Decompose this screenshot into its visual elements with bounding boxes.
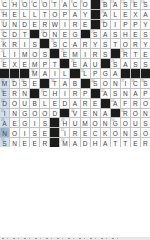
grid-cell[interactable]: E [30, 20, 39, 29]
cell-letter: X [10, 61, 19, 69]
grid-cell[interactable]: 2H [10, 0, 19, 9]
grid-cell[interactable]: P [60, 10, 69, 19]
grid-cell[interactable]: Y [141, 39, 150, 48]
grid-cell[interactable]: M [70, 49, 79, 58]
grid-cell[interactable]: W [50, 20, 59, 29]
grid-cell[interactable]: P [141, 89, 150, 98]
block-cell [40, 39, 49, 48]
cell-letter: P [91, 70, 100, 78]
grid-cell[interactable]: 13E [131, 0, 140, 9]
cell-letter: N [121, 130, 130, 138]
grid-cell[interactable]: E [131, 30, 140, 39]
grid-cell[interactable]: O [121, 39, 130, 48]
cell-letter: I [60, 130, 69, 138]
grid-cell[interactable]: 19C [0, 30, 9, 39]
grid-cell[interactable]: D [81, 138, 90, 147]
grid-cell[interactable]: O [30, 49, 39, 58]
cell-letter: S [111, 61, 120, 69]
grid-cell[interactable]: T [131, 49, 140, 58]
grid-cell[interactable]: E [50, 99, 59, 108]
grid-cell[interactable]: Y [91, 39, 100, 48]
grid-cell[interactable]: 51N [0, 128, 9, 137]
grid-cell[interactable]: L [20, 10, 29, 19]
grid-cell[interactable]: E [81, 20, 90, 29]
grid-cell[interactable]: E [40, 128, 49, 137]
cell-letter: O [101, 80, 110, 88]
cell-letter: E [81, 130, 90, 138]
cell-letter: L [30, 11, 39, 19]
grid-cell[interactable]: R [131, 99, 140, 108]
grid-cell[interactable]: N [20, 89, 29, 98]
cell-letter: A [0, 120, 9, 128]
grid-cell[interactable]: N [50, 30, 59, 39]
cell-letter: O [91, 120, 100, 128]
grid-cell[interactable]: E [20, 138, 29, 147]
cell-letter: A [81, 61, 90, 69]
grid-cell[interactable]: H [121, 30, 130, 39]
cell-letter: P [141, 90, 150, 98]
grid-cell[interactable]: 47R [121, 109, 130, 118]
grid-cell[interactable]: A [101, 30, 110, 39]
grid-cell[interactable]: M [20, 49, 29, 58]
grid-cell[interactable]: H [91, 138, 100, 147]
grid-cell[interactable]: I [10, 49, 19, 58]
grid-cell[interactable]: Y [81, 10, 90, 19]
grid-cell[interactable]: 12S [121, 0, 130, 9]
grid-cell[interactable]: M [81, 118, 90, 127]
grid-cell[interactable]: U [70, 118, 79, 127]
grid-cell[interactable]: D [20, 20, 29, 29]
cell-letter: T [111, 41, 120, 49]
block-cell [40, 79, 49, 88]
grid-cell[interactable]: 4C [30, 0, 39, 9]
cell-letter: A [70, 100, 79, 108]
grid-cell[interactable]: R [70, 128, 79, 137]
grid-cell[interactable]: O [50, 10, 59, 19]
grid-cell[interactable]: 29S [111, 59, 120, 68]
grid-cell[interactable]: T [50, 59, 59, 68]
cell-letter: T [20, 31, 29, 39]
grid-cell[interactable]: T [111, 39, 120, 48]
grid-cell[interactable]: 8C [70, 0, 79, 9]
grid-cell[interactable]: 32M [0, 79, 9, 88]
cell-letter: E [131, 1, 140, 9]
grid-cell[interactable]: 5O [40, 0, 49, 9]
grid-cell[interactable]: 34S [20, 79, 29, 88]
grid-cell[interactable]: 7A [60, 0, 69, 9]
grid-cell[interactable]: R [81, 39, 90, 48]
grid-cell[interactable]: E [10, 118, 19, 127]
grid-cell[interactable]: R [10, 39, 19, 48]
grid-cell[interactable]: O [30, 109, 39, 118]
grid-cell[interactable]: S [141, 59, 150, 68]
cell-letter: V [70, 110, 79, 118]
grid-cell[interactable]: T [121, 138, 130, 147]
grid-cell[interactable]: S [101, 49, 110, 58]
cell-letter: S [20, 80, 29, 88]
grid-cell[interactable]: O [141, 128, 150, 137]
grid-cell[interactable]: I [60, 89, 69, 98]
cell-letter: R [70, 21, 79, 29]
grid-cell[interactable]: 49H [60, 118, 69, 127]
grid-cell[interactable]: A [81, 59, 90, 68]
cell-letter: N [10, 21, 19, 29]
grid-cell[interactable]: E [20, 59, 29, 68]
grid-cell[interactable]: 41C [40, 89, 49, 98]
grid-cell[interactable]: 20O [40, 30, 49, 39]
grid-cell[interactable]: S [141, 30, 150, 39]
grid-cell[interactable]: A [70, 99, 79, 108]
block-cell [81, 79, 90, 88]
grid-cell[interactable]: N [101, 118, 110, 127]
grid-cell[interactable]: R [141, 138, 150, 147]
grid-cell[interactable]: P [121, 20, 130, 29]
cell-letter: A [121, 61, 130, 69]
grid-cell[interactable]: 10B [101, 0, 110, 9]
grid-cell[interactable]: A [141, 10, 150, 19]
grid-cell[interactable]: U [20, 99, 29, 108]
cell-letter: A [60, 1, 69, 9]
cell-letter: D [81, 140, 90, 148]
cell-letter: G [101, 70, 110, 78]
grid-cell[interactable]: 30M [30, 69, 39, 78]
cell-letter: O [30, 110, 39, 118]
cell-letter: O [10, 130, 19, 138]
grid-cell[interactable]: E [121, 10, 130, 19]
grid-cell[interactable]: C [60, 39, 69, 48]
grid-cell[interactable]: R [40, 20, 49, 29]
cell-letter: K [0, 41, 9, 49]
grid-cell[interactable]: N [111, 79, 120, 88]
grid-cell[interactable]: E [30, 79, 39, 88]
grid-cell[interactable]: 44A [111, 99, 120, 108]
grid-cell[interactable]: A [70, 138, 79, 147]
grid-cell[interactable]: 35T [50, 79, 59, 88]
grid-cell[interactable]: B [30, 99, 39, 108]
block-cell [111, 49, 120, 58]
cell-letter: M [30, 61, 39, 69]
cell-letter: E [20, 140, 29, 148]
grid-cell[interactable]: I [50, 69, 59, 78]
grid-cell[interactable]: 11A [111, 0, 120, 9]
cell-letter: R [10, 41, 19, 49]
grid-cell[interactable]: 16A [101, 10, 110, 19]
grid-cell[interactable]: E [131, 138, 140, 147]
grid-cell[interactable]: 24L [0, 49, 9, 58]
cell-letter: Y [141, 21, 150, 29]
grid-cell[interactable]: U [91, 59, 100, 68]
grid-cell[interactable]: S [131, 128, 140, 137]
grid-cell[interactable]: 31L [81, 69, 90, 78]
grid-cell[interactable]: S [30, 39, 39, 48]
cell-letter: S [91, 80, 100, 88]
cell-letter: S [101, 51, 110, 59]
cell-letter: U [91, 61, 100, 69]
cell-letter: M [60, 140, 69, 148]
grid-cell[interactable]: R [91, 49, 100, 58]
grid-cell[interactable]: A [40, 69, 49, 78]
cell-letter: M [30, 70, 39, 78]
cell-letter: M [20, 51, 29, 59]
grid-cell[interactable]: L [60, 69, 69, 78]
cell-letter: G [20, 110, 29, 118]
grid-cell[interactable]: N [91, 109, 100, 118]
cell-letter: P [81, 90, 90, 98]
grid-cell[interactable]: 25E [60, 49, 69, 58]
grid-cell[interactable]: N [121, 89, 130, 98]
cell-letter: E [10, 11, 19, 19]
grid-cell[interactable]: 36S [91, 79, 100, 88]
cell-letter: S [40, 51, 49, 59]
block-cell [111, 109, 120, 118]
grid-cell[interactable]: R [131, 39, 140, 48]
grid-cell[interactable]: O [10, 128, 19, 137]
grid-cell[interactable]: R [70, 89, 79, 98]
grid-cell[interactable]: N [10, 109, 19, 118]
grid-cell[interactable]: R [81, 99, 90, 108]
grid-cell[interactable]: R [40, 138, 49, 147]
block-cell [70, 69, 79, 78]
cell-letter: A [101, 110, 110, 118]
grid-cell[interactable]: R [70, 20, 79, 29]
grid-cell[interactable]: 17U [0, 20, 9, 29]
grid-cell[interactable]: H [50, 89, 59, 98]
grid-cell[interactable]: X [131, 10, 140, 19]
cell-letter: C [70, 1, 79, 9]
grid-cell[interactable]: 53S [0, 138, 9, 147]
grid-cell[interactable]: S [111, 89, 120, 98]
cell-letter: D [20, 21, 29, 29]
cell-letter: E [0, 90, 9, 98]
block-cell [141, 69, 150, 78]
grid-cell[interactable]: 14S [141, 0, 150, 9]
grid-cell[interactable]: F [121, 99, 130, 108]
grid-cell[interactable]: 37I [121, 79, 130, 88]
grid-cell[interactable]: L [30, 10, 39, 19]
cell-letter: C [0, 31, 9, 39]
grid-cell[interactable]: E [81, 128, 90, 137]
grid-cell[interactable]: 6T [50, 0, 59, 9]
grid-cell[interactable]: 26R [121, 49, 130, 58]
grid-cell[interactable]: Y [141, 20, 150, 29]
grid-cell[interactable]: 54M [60, 138, 69, 147]
grid-cell[interactable]: 38C [131, 79, 140, 88]
grid-cell[interactable]: 15H [0, 10, 9, 19]
cell-letter: R [141, 140, 150, 148]
cell-letter: A [70, 140, 79, 148]
grid-cell[interactable]: L [40, 99, 49, 108]
grid-cell[interactable]: 27E [0, 59, 9, 68]
cell-letter: S [0, 140, 9, 148]
grid-cell[interactable]: O [111, 128, 120, 137]
cell-letter: O [131, 110, 140, 118]
block-cell [91, 10, 100, 19]
grid-cell[interactable]: O [91, 118, 100, 127]
grid-cell[interactable]: I [111, 20, 120, 29]
cell-letter: N [101, 120, 110, 128]
cell-letter: P [40, 61, 49, 69]
cell-letter: S [30, 130, 39, 138]
cell-letter: N [50, 31, 59, 39]
grid-cell[interactable]: P [40, 59, 49, 68]
grid-cell[interactable]: A [131, 89, 140, 98]
cell-letter: R [10, 90, 19, 98]
cell-letter: E [91, 100, 100, 108]
block-cell [50, 49, 59, 58]
grid-cell[interactable]: I [81, 49, 90, 58]
grid-cell[interactable]: 43D [0, 99, 9, 108]
grid-cell[interactable]: A [111, 69, 120, 78]
grid-cell[interactable]: A [101, 138, 110, 147]
grid-cell[interactable]: O [121, 118, 130, 127]
cell-letter: H [91, 140, 100, 148]
grid-cell[interactable]: 42A [101, 89, 110, 98]
grid-cell[interactable]: P [131, 20, 140, 29]
grid-cell[interactable]: C [91, 128, 100, 137]
grid-cell[interactable]: S [111, 30, 120, 39]
grid-cell[interactable]: 23S [50, 39, 59, 48]
cell-letter: M [70, 51, 79, 59]
grid-cell[interactable]: S [101, 39, 110, 48]
grid-cell[interactable]: 18D [101, 20, 110, 29]
cell-letter: A [60, 80, 69, 88]
cell-letter: L [60, 70, 69, 78]
cell-letter: B [30, 100, 39, 108]
grid-cell[interactable]: 22K [0, 39, 9, 48]
grid-cell[interactable]: N [121, 128, 130, 137]
cell-letter: U [0, 21, 9, 29]
cell-letter: S [141, 61, 150, 69]
grid-cell[interactable]: E [30, 138, 39, 147]
grid-cell[interactable]: D [50, 109, 59, 118]
grid-cell[interactable]: 52I [60, 128, 69, 137]
cell-letter: I [60, 90, 69, 98]
grid-cell[interactable]: K [101, 128, 110, 137]
grid-cell[interactable]: 46V [70, 109, 79, 118]
grid-cell[interactable]: S [30, 128, 39, 137]
cell-letter: O [40, 110, 49, 118]
grid-cell[interactable]: 40E [0, 89, 9, 98]
grid-cell[interactable]: I [60, 20, 69, 29]
cell-letter: D [60, 100, 69, 108]
cell-letter: E [40, 130, 49, 138]
cell-letter: S [141, 1, 150, 9]
grid-cell[interactable]: S [141, 118, 150, 127]
grid-cell[interactable]: 45I [0, 109, 9, 118]
cell-letter: I [50, 70, 59, 78]
grid-cell[interactable]: 9O [81, 0, 90, 9]
cell-letter: A [70, 41, 79, 49]
cell-letter: S [30, 41, 39, 49]
grid-cell[interactable]: E [91, 99, 100, 108]
grid-cell[interactable]: N [141, 109, 150, 118]
grid-cell[interactable]: T [40, 10, 49, 19]
cell-letter: S [111, 90, 120, 98]
cell-letter: P [60, 11, 69, 19]
grid-cell[interactable]: I [20, 39, 29, 48]
cell-letter: N [0, 130, 9, 138]
cell-letter: C [0, 1, 9, 9]
grid-cell[interactable]: E [60, 30, 69, 39]
grid-cell[interactable]: G [20, 109, 29, 118]
grid-cell[interactable]: G [70, 30, 79, 39]
grid-cell[interactable]: S [40, 49, 49, 58]
grid-cell[interactable]: A [121, 59, 130, 68]
grid-cell[interactable]: 39S [141, 79, 150, 88]
cell-letter: U [131, 120, 140, 128]
cell-letter: N [141, 110, 150, 118]
grid-cell[interactable]: E [141, 49, 150, 58]
grid-cell[interactable]: U [131, 118, 140, 127]
grid-cell[interactable]: T [20, 30, 29, 39]
cell-letter: S [111, 31, 120, 39]
cell-letter: A [111, 100, 120, 108]
cell-letter: D [0, 100, 9, 108]
grid-cell[interactable]: 21S [91, 30, 100, 39]
grid-cell[interactable]: T [111, 138, 120, 147]
grid-cell[interactable]: 3O [20, 0, 29, 9]
grid-cell[interactable]: E [81, 109, 90, 118]
grid-cell[interactable]: D [10, 30, 19, 39]
cell-letter: S [121, 1, 130, 9]
cell-letter: G [70, 31, 79, 39]
grid-cell[interactable]: B [70, 79, 79, 88]
grid-cell[interactable]: X [10, 59, 19, 68]
grid-cell[interactable]: G [20, 118, 29, 127]
grid-cell[interactable]: P [81, 89, 90, 98]
crossword-grid: 1C2H3O4C5O6T7A8C9O10B11A12S13E14S15HELLT… [0, 0, 150, 147]
grid-cell[interactable]: I [20, 128, 29, 137]
grid-cell[interactable]: 33D [10, 79, 19, 88]
block-cell [30, 89, 39, 98]
block-cell [101, 59, 110, 68]
cell-letter: Y [81, 11, 90, 19]
cell-letter: E [30, 80, 39, 88]
grid-cell[interactable]: 28E [70, 59, 79, 68]
grid-cell[interactable]: O [10, 99, 19, 108]
grid-cell[interactable]: M [30, 59, 39, 68]
grid-cell[interactable]: L [111, 10, 120, 19]
cell-letter: P [121, 21, 130, 29]
grid-cell[interactable]: A [101, 109, 110, 118]
grid-cell[interactable]: O [40, 109, 49, 118]
cell-letter: O [40, 31, 49, 39]
grid-cell[interactable]: A [70, 39, 79, 48]
cell-letter: R [81, 100, 90, 108]
cell-letter: R [70, 90, 79, 98]
grid-cell[interactable]: 1C [0, 0, 9, 9]
grid-cell[interactable]: O [141, 99, 150, 108]
grid-cell[interactable]: P [91, 69, 100, 78]
grid-cell[interactable]: E [10, 10, 19, 19]
grid-cell[interactable]: D [60, 99, 69, 108]
grid-cell[interactable]: I [30, 118, 39, 127]
grid-cell[interactable]: S [40, 118, 49, 127]
grid-cell[interactable]: N [10, 20, 19, 29]
grid-cell[interactable]: N [10, 138, 19, 147]
grid-cell[interactable]: 50G [111, 118, 120, 127]
cell-letter: I [81, 51, 90, 59]
grid-cell[interactable]: R [10, 89, 19, 98]
cell-letter: H [60, 120, 69, 128]
grid-cell[interactable]: A [70, 10, 79, 19]
grid-cell[interactable]: 48A [0, 118, 9, 127]
grid-cell[interactable]: A [60, 79, 69, 88]
grid-cell[interactable]: O [101, 79, 110, 88]
grid-cell[interactable]: S [131, 59, 140, 68]
grid-cell[interactable]: G [101, 69, 110, 78]
grid-cell[interactable]: O [131, 109, 140, 118]
